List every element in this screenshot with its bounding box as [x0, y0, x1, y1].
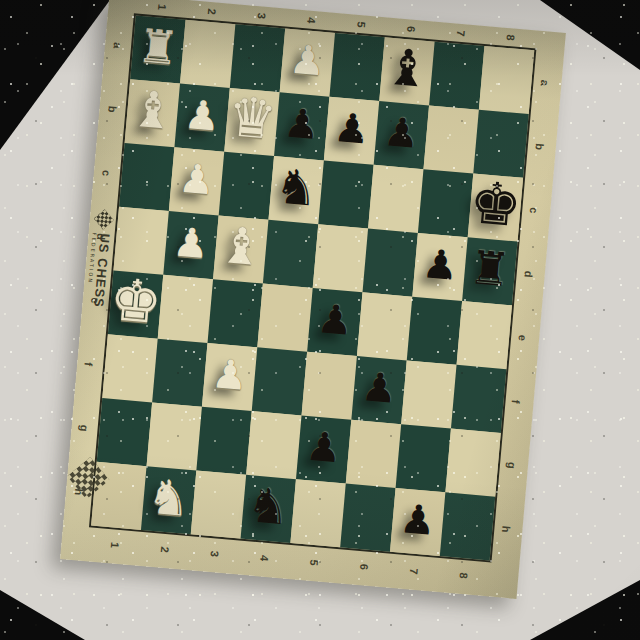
rank-label-top-6: 6 — [405, 25, 416, 32]
rank-label-top-7: 7 — [455, 30, 466, 37]
square-a5[interactable] — [329, 33, 384, 101]
rank-label-top-2: 2 — [206, 8, 217, 15]
square-e5[interactable]: ♟ — [307, 288, 362, 356]
square-h5[interactable] — [290, 479, 345, 547]
file-label-left-b: b — [106, 105, 118, 113]
square-g2[interactable] — [147, 402, 202, 470]
white-bishop-b1[interactable]: ♝ — [128, 83, 177, 137]
square-b2[interactable]: ♟ — [174, 84, 229, 152]
square-f7[interactable] — [401, 360, 456, 428]
rank-label-top-8: 8 — [505, 34, 516, 41]
file-label-right-h: h — [500, 525, 512, 533]
rank-label-top-4: 4 — [305, 17, 316, 24]
square-d1[interactable] — [113, 207, 168, 275]
black-rook-d8[interactable]: ♜ — [468, 244, 513, 293]
square-h6[interactable] — [340, 484, 395, 552]
square-e3[interactable] — [208, 279, 263, 347]
rank-label-bottom-4: 4 — [258, 555, 269, 562]
black-pawn-g5[interactable]: ♟ — [304, 426, 343, 469]
square-h7[interactable]: ♟ — [390, 488, 445, 556]
square-f8[interactable] — [451, 365, 506, 433]
square-c5[interactable] — [318, 160, 373, 228]
file-label-left-a: a — [111, 42, 122, 49]
square-d8[interactable]: ♜ — [462, 237, 517, 305]
square-b4[interactable]: ♟ — [274, 92, 329, 160]
rank-label-top-1: 1 — [156, 4, 167, 11]
square-h4[interactable]: ♞ — [241, 475, 296, 543]
black-pawn-h7[interactable]: ♟ — [398, 498, 437, 541]
rank-label-bottom-6: 6 — [358, 563, 369, 570]
white-pawn-d2[interactable]: ♟ — [172, 221, 211, 264]
black-pawn-b4[interactable]: ♟ — [282, 102, 321, 145]
square-g5[interactable]: ♟ — [296, 415, 351, 483]
square-a4[interactable]: ♟ — [280, 29, 335, 97]
black-pawn-b6[interactable]: ♟ — [382, 111, 421, 154]
square-c3[interactable] — [219, 152, 274, 220]
file-label-right-b: b — [533, 143, 545, 151]
square-a2[interactable] — [180, 20, 235, 88]
black-knight-c4[interactable]: ♞ — [273, 161, 320, 213]
white-pawn-c2[interactable]: ♟ — [177, 158, 216, 201]
square-h2[interactable]: ♞ — [141, 466, 196, 534]
square-g7[interactable] — [396, 424, 451, 492]
square-b3[interactable]: ♛ — [224, 88, 279, 156]
square-e2[interactable] — [158, 275, 213, 343]
rank-label-bottom-8: 8 — [458, 572, 469, 579]
square-d7[interactable]: ♟ — [412, 233, 467, 301]
table-corner-bottom-right — [530, 580, 640, 640]
square-e4[interactable] — [257, 284, 312, 352]
square-b6[interactable]: ♟ — [374, 101, 429, 169]
square-b5[interactable]: ♟ — [324, 97, 379, 165]
square-a3[interactable] — [230, 24, 285, 92]
file-label-right-f: f — [510, 399, 521, 404]
file-label-left-f: f — [82, 362, 93, 367]
square-e7[interactable] — [407, 297, 462, 365]
table-corner-bottom-left — [0, 590, 85, 640]
square-g6[interactable] — [346, 420, 401, 488]
rank-label-top-5: 5 — [355, 21, 366, 28]
black-pawn-d7[interactable]: ♟ — [421, 243, 460, 286]
square-b8[interactable] — [473, 110, 528, 178]
file-label-left-g: g — [78, 424, 90, 432]
square-d5[interactable] — [313, 224, 368, 292]
file-label-right-g: g — [506, 462, 518, 470]
square-b7[interactable] — [423, 105, 478, 173]
square-g8[interactable] — [445, 429, 500, 497]
white-bishop-d3[interactable]: ♝ — [217, 220, 266, 274]
square-f2[interactable] — [152, 339, 207, 407]
square-f5[interactable] — [302, 352, 357, 420]
square-f1[interactable] — [102, 334, 157, 402]
square-a7[interactable] — [429, 42, 484, 110]
rank-label-bottom-1: 1 — [109, 542, 120, 549]
white-knight-h2[interactable]: ♞ — [145, 472, 192, 524]
us-chess-logo-icon — [94, 209, 114, 229]
square-d4[interactable] — [263, 220, 318, 288]
rank-label-bottom-5: 5 — [308, 559, 319, 566]
file-label-right-c: c — [528, 207, 539, 214]
square-a8[interactable] — [479, 46, 534, 114]
square-d2[interactable]: ♟ — [163, 211, 218, 279]
white-pawn-f3[interactable]: ♟ — [210, 353, 249, 396]
square-d3[interactable]: ♝ — [213, 215, 268, 283]
square-e1[interactable]: ♚ — [108, 271, 163, 339]
black-bishop-a6[interactable]: ♝ — [383, 41, 432, 95]
rank-label-bottom-2: 2 — [159, 546, 170, 553]
file-label-right-e: e — [516, 334, 527, 341]
file-label-left-c: c — [100, 169, 111, 176]
rank-label-bottom-7: 7 — [408, 568, 419, 575]
file-label-right-d: d — [522, 270, 534, 278]
square-c8[interactable]: ♚ — [468, 174, 523, 242]
square-g3[interactable] — [196, 407, 251, 475]
board-play-area: ♜♟♝♝♟♛♟♟♟♟♞♚♟♝♟♜♚♟♟♟♟♞♞♟ — [91, 15, 534, 560]
white-king-e1[interactable]: ♚ — [107, 270, 164, 332]
rank-label-top-3: 3 — [256, 12, 267, 19]
square-g4[interactable] — [246, 411, 301, 479]
square-f4[interactable] — [252, 347, 307, 415]
square-c4[interactable]: ♞ — [268, 156, 323, 224]
black-pawn-b5[interactable]: ♟ — [332, 107, 371, 150]
table-corner-top-left — [0, 0, 110, 150]
square-f3[interactable]: ♟ — [202, 343, 257, 411]
square-b1[interactable]: ♝ — [125, 79, 180, 147]
square-e8[interactable] — [457, 301, 512, 369]
chess-board: ♜♟♝♝♟♛♟♟♟♟♞♚♟♝♟♜♚♟♟♟♟♞♞♟ 123456781234567… — [60, 0, 566, 599]
photo-scene: ♜♟♝♝♟♛♟♟♟♟♞♚♟♝♟♜♚♟♟♟♟♞♞♟ 123456781234567… — [0, 0, 640, 640]
white-queen-b3[interactable]: ♛ — [225, 89, 279, 148]
black-pawn-f6[interactable]: ♟ — [360, 366, 399, 409]
file-label-right-a: a — [539, 79, 550, 86]
black-king-c8[interactable]: ♚ — [467, 173, 524, 235]
square-h3[interactable] — [191, 470, 246, 538]
square-d6[interactable] — [363, 229, 418, 297]
white-pawn-a4[interactable]: ♟ — [288, 39, 327, 82]
white-rook-a1[interactable]: ♜ — [136, 22, 181, 71]
square-c2[interactable]: ♟ — [169, 147, 224, 215]
square-g1[interactable] — [97, 398, 152, 466]
rank-label-bottom-3: 3 — [208, 550, 219, 557]
square-c7[interactable] — [418, 169, 473, 237]
square-e6[interactable] — [357, 292, 412, 360]
square-c6[interactable] — [368, 165, 423, 233]
square-c1[interactable] — [119, 143, 174, 211]
square-f6[interactable]: ♟ — [351, 356, 406, 424]
black-knight-h4[interactable]: ♞ — [245, 480, 292, 532]
square-a6[interactable]: ♝ — [379, 37, 434, 105]
square-h8[interactable] — [440, 492, 495, 560]
square-a1[interactable]: ♜ — [130, 15, 185, 83]
black-pawn-e5[interactable]: ♟ — [315, 298, 354, 341]
white-pawn-b2[interactable]: ♟ — [183, 94, 222, 137]
